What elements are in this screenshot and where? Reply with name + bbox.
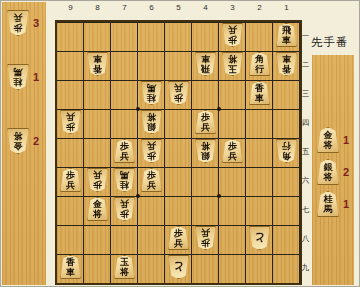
piece-kanji: 兵 xyxy=(93,170,102,180)
square-3五[interactable]: 歩兵 xyxy=(219,138,246,167)
piece-kanji: 飛 xyxy=(282,26,291,36)
file-label-4: 4 xyxy=(192,3,219,12)
piece-silver-gote[interactable]: 銀将 xyxy=(195,139,216,163)
star-point xyxy=(217,194,221,198)
square-8四[interactable] xyxy=(84,109,111,138)
square-3一[interactable]: 歩兵 xyxy=(219,22,246,51)
piece-knight-sente[interactable]: 桂馬 xyxy=(317,191,339,217)
piece-kanji: 将 xyxy=(147,112,156,122)
piece-kanji: 金 xyxy=(93,200,102,210)
star-point xyxy=(136,194,140,198)
square-3九[interactable] xyxy=(219,254,246,283)
hand-count: 3 xyxy=(33,17,39,29)
square-2四[interactable] xyxy=(246,109,273,138)
piece-kanji: 銀 xyxy=(324,163,333,173)
piece-kanji: 歩 xyxy=(120,142,129,152)
square-2一[interactable] xyxy=(246,22,273,51)
shogi-board: 歩兵飛車香車飛車玉将角行香車桂馬歩兵香車歩兵銀将歩兵歩兵歩兵銀将歩兵角行歩兵歩兵… xyxy=(57,22,300,283)
square-3四[interactable] xyxy=(219,109,246,138)
square-1四[interactable] xyxy=(273,109,300,138)
square-4五[interactable]: 銀将 xyxy=(192,138,219,167)
piece-kanji: 馬 xyxy=(14,67,23,77)
piece-pawn-sente[interactable]: 歩兵 xyxy=(114,139,135,163)
square-1五[interactable]: 角行 xyxy=(273,138,300,167)
square-8六[interactable]: 歩兵 xyxy=(84,167,111,196)
piece-kanji: 歩 xyxy=(174,93,183,103)
hand-item-knight[interactable]: 桂馬1 xyxy=(317,191,349,217)
piece-kanji: 歩 xyxy=(228,142,237,152)
square-5二[interactable] xyxy=(165,51,192,80)
piece-pawn-gote[interactable]: 歩兵 xyxy=(87,168,108,192)
piece-gold-sente[interactable]: 金将 xyxy=(87,197,108,221)
file-label-9: 9 xyxy=(57,3,84,12)
square-3二[interactable]: 玉将 xyxy=(219,51,246,80)
square-2五[interactable] xyxy=(246,138,273,167)
square-8五[interactable] xyxy=(84,138,111,167)
square-3八[interactable] xyxy=(219,225,246,254)
hand-item-silver[interactable]: 銀将2 xyxy=(317,159,349,185)
piece-kanji: 車 xyxy=(282,54,291,64)
square-2二[interactable]: 角行 xyxy=(246,51,273,80)
piece-kanji: 歩 xyxy=(66,122,75,132)
piece-kanji: 将 xyxy=(120,268,129,278)
square-7三[interactable] xyxy=(111,80,138,109)
piece-kanji: 行 xyxy=(255,65,264,75)
piece-kanji: 兵 xyxy=(201,123,210,133)
piece-kanji: 車 xyxy=(66,268,75,278)
square-4四[interactable]: 歩兵 xyxy=(192,109,219,138)
star-point xyxy=(217,107,221,111)
rank-label-6: 六 xyxy=(301,176,310,186)
piece-kanji: 歩 xyxy=(147,151,156,161)
piece-kanji: 兵 xyxy=(66,112,75,122)
piece-pawn-gote[interactable]: 歩兵 xyxy=(114,197,135,221)
piece-kanji: 車 xyxy=(255,94,264,104)
hand-count: 1 xyxy=(343,198,349,210)
piece-kanji: 銀 xyxy=(147,122,156,132)
rank-label-3: 三 xyxy=(301,89,310,99)
piece-kanji: 兵 xyxy=(147,181,156,191)
hand-count: 1 xyxy=(343,134,349,146)
piece-kanji: 歩 xyxy=(147,171,156,181)
piece-pawn-sente[interactable]: 歩兵 xyxy=(222,139,243,163)
piece-kanji: 兵 xyxy=(147,141,156,151)
sente-hand-stand: 金将1銀将2桂馬1 xyxy=(312,55,354,285)
square-7八[interactable] xyxy=(111,225,138,254)
piece-kanji: 角 xyxy=(282,151,291,161)
piece-pawn-sente[interactable]: 歩兵 xyxy=(141,168,162,192)
square-6八[interactable] xyxy=(138,225,165,254)
piece-kanji: 車 xyxy=(282,36,291,46)
square-8七[interactable]: 金将 xyxy=(84,196,111,225)
square-8九[interactable] xyxy=(84,254,111,283)
square-9二[interactable] xyxy=(57,51,84,80)
square-9四[interactable]: 歩兵 xyxy=(57,109,84,138)
piece-knight-gote[interactable]: 桂馬 xyxy=(141,81,162,105)
piece-kanji: 香 xyxy=(282,64,291,74)
square-7二[interactable] xyxy=(111,51,138,80)
piece-tokin-gote[interactable]: と xyxy=(168,255,189,279)
piece-kanji: 将 xyxy=(324,141,333,151)
piece-tokin-gote[interactable]: と xyxy=(249,226,270,250)
file-label-5: 5 xyxy=(165,3,192,12)
piece-kanji: 将 xyxy=(201,141,210,151)
square-3六[interactable] xyxy=(219,167,246,196)
piece-pawn-sente[interactable]: 歩兵 xyxy=(168,226,189,250)
piece-bishop-gote[interactable]: 角行 xyxy=(276,139,297,163)
square-5三[interactable]: 歩兵 xyxy=(165,80,192,109)
square-2六[interactable] xyxy=(246,167,273,196)
piece-rook-sente[interactable]: 飛車 xyxy=(276,23,297,47)
piece-king-gote[interactable]: 玉将 xyxy=(222,52,243,76)
square-9一[interactable] xyxy=(57,22,84,51)
piece-rook-gote[interactable]: 飛車 xyxy=(195,52,216,76)
square-2三[interactable]: 香車 xyxy=(246,80,273,109)
piece-lance-sente[interactable]: 香車 xyxy=(249,81,270,105)
square-5四[interactable] xyxy=(165,109,192,138)
square-1八[interactable] xyxy=(273,225,300,254)
piece-kanji: 将 xyxy=(324,173,333,183)
piece-pawn-gote[interactable]: 歩兵 xyxy=(141,139,162,163)
rank-label-7: 七 xyxy=(301,205,310,215)
square-6一[interactable] xyxy=(138,22,165,51)
hand-item-gold[interactable]: 金将1 xyxy=(317,127,349,153)
rank-label-8: 八 xyxy=(301,234,310,244)
piece-kanji: と xyxy=(173,258,184,276)
rank-label-1: 一 xyxy=(301,31,310,41)
square-6三[interactable]: 桂馬 xyxy=(138,80,165,109)
piece-kanji: 将 xyxy=(93,210,102,220)
hand-count: 2 xyxy=(343,166,349,178)
piece-kanji: 行 xyxy=(282,141,291,151)
piece-pawn-sente[interactable]: 歩兵 xyxy=(60,168,81,192)
square-6四[interactable]: 銀将 xyxy=(138,109,165,138)
piece-kanji: 金 xyxy=(324,131,333,141)
hand-count: 2 xyxy=(33,135,39,147)
piece-kanji: 飛 xyxy=(201,64,210,74)
piece-kanji: 兵 xyxy=(120,199,129,209)
square-2七[interactable] xyxy=(246,196,273,225)
rank-label-4: 四 xyxy=(301,118,310,128)
piece-silver-gote[interactable]: 銀将 xyxy=(141,110,162,134)
piece-kanji: 兵 xyxy=(66,181,75,191)
piece-king-sente[interactable]: 玉将 xyxy=(114,255,135,279)
square-6二[interactable] xyxy=(138,51,165,80)
piece-kanji: 桂 xyxy=(147,93,156,103)
square-1三[interactable] xyxy=(273,80,300,109)
rank-label-9: 九 xyxy=(301,263,310,273)
square-7四[interactable] xyxy=(111,109,138,138)
piece-kanji: 馬 xyxy=(147,83,156,93)
piece-kanji: 桂 xyxy=(120,180,129,190)
square-9六[interactable]: 歩兵 xyxy=(57,167,84,196)
piece-kanji: 玉 xyxy=(120,258,129,268)
piece-knight-gote[interactable]: 桂馬 xyxy=(7,64,29,90)
file-label-7: 7 xyxy=(111,3,138,12)
piece-knight-gote[interactable]: 桂馬 xyxy=(114,168,135,192)
square-4七[interactable] xyxy=(192,196,219,225)
piece-kanji: 銀 xyxy=(201,151,210,161)
piece-pawn-sente[interactable]: 歩兵 xyxy=(195,110,216,134)
file-label-8: 8 xyxy=(84,3,111,12)
piece-kanji: 歩 xyxy=(201,238,210,248)
square-1九[interactable] xyxy=(273,254,300,283)
square-4八[interactable]: 歩兵 xyxy=(192,225,219,254)
square-7一[interactable] xyxy=(111,22,138,51)
piece-kanji: 兵 xyxy=(174,239,183,249)
square-8二[interactable]: 香車 xyxy=(84,51,111,80)
square-5九[interactable]: と xyxy=(165,254,192,283)
piece-kanji: 兵 xyxy=(174,83,183,93)
square-4九[interactable] xyxy=(192,254,219,283)
square-5七[interactable] xyxy=(165,196,192,225)
square-7九[interactable]: 玉将 xyxy=(111,254,138,283)
file-label-2: 2 xyxy=(246,3,273,12)
piece-kanji: 車 xyxy=(201,54,210,64)
square-2九[interactable] xyxy=(246,254,273,283)
piece-pawn-gote[interactable]: 歩兵 xyxy=(60,110,81,134)
square-1二[interactable]: 香車 xyxy=(273,51,300,80)
square-9八[interactable] xyxy=(57,225,84,254)
square-6五[interactable]: 歩兵 xyxy=(138,138,165,167)
piece-kanji: 歩 xyxy=(66,171,75,181)
board-frame: 歩兵飛車香車飛車玉将角行香車桂馬歩兵香車歩兵銀将歩兵歩兵歩兵銀将歩兵角行歩兵歩兵… xyxy=(55,20,302,285)
square-5六[interactable] xyxy=(165,167,192,196)
hand-count: 1 xyxy=(33,71,39,83)
piece-silver-sente[interactable]: 銀将 xyxy=(317,159,339,185)
rank-label-2: 二 xyxy=(301,60,310,70)
piece-kanji: 香 xyxy=(255,84,264,94)
piece-kanji: 金 xyxy=(14,141,23,151)
piece-lance-gote[interactable]: 香車 xyxy=(276,52,297,76)
square-1六[interactable] xyxy=(273,167,300,196)
piece-bishop-sente[interactable]: 角行 xyxy=(249,52,270,76)
piece-pawn-gote[interactable]: 歩兵 xyxy=(168,81,189,105)
square-1七[interactable] xyxy=(273,196,300,225)
star-point xyxy=(136,107,140,111)
square-7五[interactable]: 歩兵 xyxy=(111,138,138,167)
square-4一[interactable] xyxy=(192,22,219,51)
square-9三[interactable] xyxy=(57,80,84,109)
square-6六[interactable]: 歩兵 xyxy=(138,167,165,196)
square-4二[interactable]: 飛車 xyxy=(192,51,219,80)
square-9七[interactable] xyxy=(57,196,84,225)
piece-kanji: 桂 xyxy=(324,195,333,205)
piece-gold-gote[interactable]: 金将 xyxy=(7,128,29,154)
square-8八[interactable] xyxy=(84,225,111,254)
piece-kanji: 歩 xyxy=(228,35,237,45)
piece-kanji: 歩 xyxy=(14,23,23,33)
piece-lance-gote[interactable]: 香車 xyxy=(87,52,108,76)
file-label-3: 3 xyxy=(219,3,246,12)
file-label-6: 6 xyxy=(138,3,165,12)
piece-kanji: 馬 xyxy=(324,205,333,215)
square-6七[interactable] xyxy=(138,196,165,225)
square-8一[interactable] xyxy=(84,22,111,51)
square-4三[interactable] xyxy=(192,80,219,109)
square-3七[interactable] xyxy=(219,196,246,225)
square-1一[interactable]: 飛車 xyxy=(273,22,300,51)
square-5一[interactable] xyxy=(165,22,192,51)
square-5八[interactable]: 歩兵 xyxy=(165,225,192,254)
piece-kanji: 歩 xyxy=(120,209,129,219)
piece-kanji: 兵 xyxy=(228,152,237,162)
piece-gold-sente[interactable]: 金将 xyxy=(317,127,339,153)
piece-kanji: 歩 xyxy=(201,113,210,123)
piece-kanji: 車 xyxy=(93,54,102,64)
square-6九[interactable] xyxy=(138,254,165,283)
square-7六[interactable]: 桂馬 xyxy=(111,167,138,196)
piece-pawn-gote[interactable]: 歩兵 xyxy=(7,10,29,36)
piece-kanji: 馬 xyxy=(120,170,129,180)
piece-kanji: 角 xyxy=(255,55,264,65)
square-7七[interactable]: 歩兵 xyxy=(111,196,138,225)
piece-kanji: 歩 xyxy=(93,180,102,190)
square-2八[interactable]: と xyxy=(246,225,273,254)
file-label-1: 1 xyxy=(273,3,300,12)
square-5五[interactable] xyxy=(165,138,192,167)
hand-item-gold[interactable]: 金将2 xyxy=(7,128,39,154)
piece-kanji: 桂 xyxy=(14,77,23,87)
piece-kanji: 兵 xyxy=(14,13,23,23)
piece-pawn-gote[interactable]: 歩兵 xyxy=(195,226,216,250)
piece-kanji: 兵 xyxy=(228,25,237,35)
hand-item-knight[interactable]: 桂馬1 xyxy=(7,64,39,90)
piece-pawn-gote[interactable]: 歩兵 xyxy=(222,23,243,47)
square-3三[interactable] xyxy=(219,80,246,109)
piece-kanji: 香 xyxy=(93,64,102,74)
piece-lance-sente[interactable]: 香車 xyxy=(60,255,81,279)
piece-kanji: 将 xyxy=(228,54,237,64)
turn-indicator: 先手番 xyxy=(311,35,357,50)
square-9九[interactable]: 香車 xyxy=(57,254,84,283)
piece-kanji: 玉 xyxy=(228,64,237,74)
piece-kanji: 将 xyxy=(14,131,23,141)
piece-kanji: と xyxy=(254,229,265,247)
hand-item-pawn[interactable]: 歩兵3 xyxy=(7,10,39,36)
piece-kanji: 香 xyxy=(66,258,75,268)
square-4六[interactable] xyxy=(192,167,219,196)
piece-kanji: 兵 xyxy=(201,228,210,238)
gote-hand-stand: 歩兵3桂馬1金将2 xyxy=(2,2,46,285)
rank-label-5: 五 xyxy=(301,147,310,157)
square-8三[interactable] xyxy=(84,80,111,109)
square-9五[interactable] xyxy=(57,138,84,167)
piece-kanji: 歩 xyxy=(174,229,183,239)
piece-kanji: 兵 xyxy=(120,152,129,162)
